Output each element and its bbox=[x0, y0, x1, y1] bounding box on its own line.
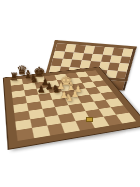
chess-set-product-photo: ♜♛♝♞♚♟♟♟♞♟♚♝♟♟♞♟ bbox=[0, 0, 140, 187]
box-lid-square bbox=[115, 70, 127, 78]
piece-dark-queen: ♛ bbox=[17, 64, 28, 76]
board-brass-latch-icon bbox=[86, 117, 93, 122]
